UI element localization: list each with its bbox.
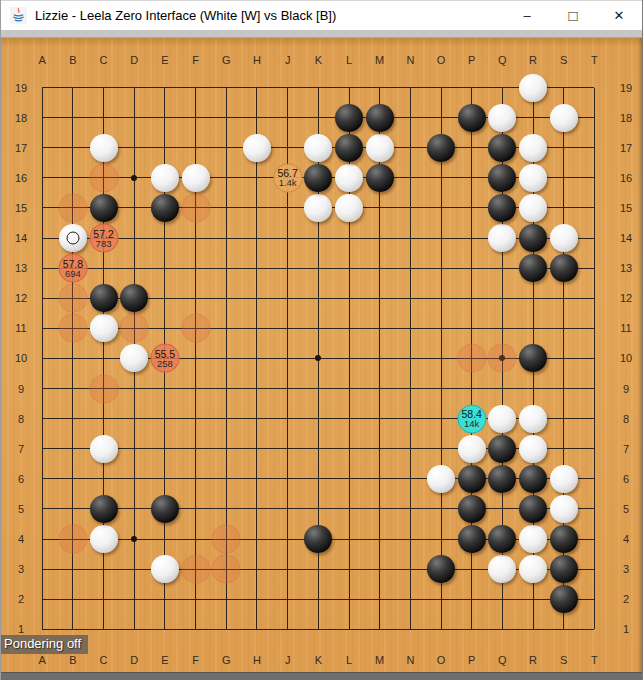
go-board[interactable]: Pondering off AABBCCDDEEFFGGHHJJKKLLMMNN… — [1, 38, 643, 672]
white-stone — [366, 134, 394, 162]
row-label: 12 — [620, 292, 632, 304]
black-stone — [550, 254, 578, 282]
black-stone — [519, 465, 547, 493]
row-label: 15 — [15, 202, 27, 214]
row-label: 16 — [620, 172, 632, 184]
java-coffee-cup-icon — [10, 7, 27, 24]
candidate-winrate: 58.4 — [462, 409, 482, 419]
white-stone — [550, 495, 578, 523]
row-label: 19 — [620, 82, 632, 94]
column-label: B — [69, 654, 76, 666]
column-label: K — [315, 654, 322, 666]
faint-candidate-move[interactable] — [89, 163, 118, 192]
column-label: E — [161, 54, 168, 66]
row-label: 5 — [623, 503, 629, 515]
row-label: 6 — [623, 473, 629, 485]
black-stone — [488, 134, 516, 162]
white-stone — [458, 435, 486, 463]
row-label: 6 — [18, 473, 24, 485]
white-stone — [519, 525, 547, 553]
maximize-button[interactable]: □ — [550, 1, 596, 30]
faint-candidate-move[interactable] — [58, 314, 87, 343]
candidate-visits: 694 — [65, 268, 81, 278]
candidate-move[interactable]: 57.8694 — [58, 254, 87, 283]
row-label: 4 — [18, 533, 24, 545]
white-stone — [519, 194, 547, 222]
row-label: 7 — [623, 443, 629, 455]
black-stone — [488, 164, 516, 192]
column-label: A — [39, 654, 46, 666]
black-stone — [366, 164, 394, 192]
row-label: 11 — [620, 322, 631, 334]
white-stone — [519, 435, 547, 463]
column-label: F — [192, 654, 199, 666]
grid-vline — [441, 88, 442, 630]
column-label: N — [406, 54, 414, 66]
row-label: 7 — [18, 443, 24, 455]
column-label: R — [529, 654, 537, 666]
row-label: 8 — [18, 413, 24, 425]
row-label: 3 — [623, 563, 629, 575]
column-label: K — [315, 54, 322, 66]
column-label: R — [529, 54, 537, 66]
black-stone — [458, 525, 486, 553]
white-stone — [550, 104, 578, 132]
window-bottom-edge — [1, 672, 642, 680]
black-stone — [458, 104, 486, 132]
pondering-status: Pondering off — [1, 635, 88, 654]
black-stone — [304, 525, 332, 553]
column-label: P — [468, 654, 475, 666]
column-label: G — [222, 654, 231, 666]
faint-candidate-move[interactable] — [58, 525, 87, 554]
column-label: S — [560, 654, 567, 666]
candidate-visits: 783 — [96, 238, 112, 248]
column-label: T — [591, 654, 598, 666]
star-point — [131, 175, 137, 181]
row-label: 1 — [623, 623, 629, 635]
black-stone — [427, 134, 455, 162]
column-label: C — [100, 54, 108, 66]
row-label: 4 — [623, 533, 629, 545]
black-stone — [90, 284, 118, 312]
candidate-move[interactable]: 55.5258 — [150, 344, 179, 373]
row-label: 1 — [18, 623, 24, 635]
column-label: T — [591, 54, 598, 66]
column-label: H — [253, 654, 261, 666]
column-label: A — [39, 54, 46, 66]
row-label: 14 — [620, 232, 632, 244]
row-label: 18 — [620, 112, 632, 124]
black-stone — [550, 525, 578, 553]
column-label: M — [375, 54, 384, 66]
white-stone — [304, 194, 332, 222]
faint-candidate-move[interactable] — [89, 374, 118, 403]
candidate-visits: 1.4k — [279, 178, 297, 188]
column-label: E — [161, 654, 168, 666]
candidate-winrate: 57.8 — [63, 258, 83, 268]
black-stone — [519, 495, 547, 523]
white-stone — [90, 525, 118, 553]
column-label: Q — [498, 54, 507, 66]
title-bar[interactable]: Lizzie - Leela Zero Interface (White [W]… — [1, 0, 642, 30]
black-stone — [151, 495, 179, 523]
black-stone — [120, 284, 148, 312]
white-stone — [550, 224, 578, 252]
lizzie-window: Lizzie - Leela Zero Interface (White [W]… — [0, 0, 643, 680]
faint-candidate-move[interactable] — [58, 193, 87, 222]
column-label: M — [375, 654, 384, 666]
faint-candidate-move[interactable] — [181, 193, 210, 222]
black-stone — [550, 555, 578, 583]
row-label: 3 — [18, 563, 24, 575]
candidate-move[interactable]: 56.71.4k — [273, 163, 302, 192]
white-stone — [550, 465, 578, 493]
column-label: L — [346, 54, 352, 66]
column-label: H — [253, 54, 261, 66]
white-stone — [519, 164, 547, 192]
row-label: 2 — [18, 593, 24, 605]
grid-vline — [594, 88, 595, 630]
white-stone — [427, 465, 455, 493]
column-label: O — [437, 654, 446, 666]
white-stone — [120, 344, 148, 372]
white-stone — [488, 405, 516, 433]
column-label: D — [130, 54, 138, 66]
white-stone — [304, 134, 332, 162]
candidate-winrate: 55.5 — [155, 348, 175, 358]
white-stone — [90, 314, 118, 342]
white-stone — [519, 405, 547, 433]
white-stone — [335, 194, 363, 222]
column-label: F — [192, 54, 199, 66]
minimize-button[interactable]: – — [504, 1, 550, 30]
black-stone — [519, 224, 547, 252]
row-label: 14 — [15, 232, 27, 244]
white-stone — [488, 104, 516, 132]
faint-candidate-move[interactable] — [488, 344, 517, 373]
row-label: 15 — [620, 202, 632, 214]
black-stone — [488, 525, 516, 553]
column-label: G — [222, 54, 231, 66]
black-stone — [151, 194, 179, 222]
black-stone — [458, 495, 486, 523]
black-stone — [90, 194, 118, 222]
grid-vline — [410, 88, 411, 630]
row-label: 16 — [15, 172, 27, 184]
star-point — [131, 536, 137, 542]
faint-candidate-move[interactable] — [181, 314, 210, 343]
last-move-marker — [66, 232, 79, 245]
black-stone — [519, 254, 547, 282]
faint-candidate-move[interactable] — [457, 344, 486, 373]
white-stone — [519, 74, 547, 102]
row-label: 10 — [620, 352, 632, 364]
black-stone — [335, 104, 363, 132]
window-title: Lizzie - Leela Zero Interface (White [W]… — [35, 8, 504, 23]
white-stone — [335, 164, 363, 192]
column-label: J — [285, 54, 291, 66]
white-stone — [488, 224, 516, 252]
star-point — [315, 355, 321, 361]
row-label: 5 — [18, 503, 24, 515]
row-label: 17 — [620, 142, 632, 154]
white-stone — [90, 435, 118, 463]
column-label: N — [406, 654, 414, 666]
row-label: 9 — [623, 383, 629, 395]
black-stone — [488, 465, 516, 493]
black-stone — [427, 555, 455, 583]
faint-candidate-move[interactable] — [212, 555, 241, 584]
row-label: 11 — [15, 322, 26, 334]
faint-candidate-move[interactable] — [212, 525, 241, 554]
white-stone — [519, 555, 547, 583]
column-label: S — [560, 54, 567, 66]
row-label: 8 — [623, 413, 629, 425]
candidate-move[interactable]: 58.414k — [457, 404, 486, 433]
row-label: 13 — [620, 262, 632, 274]
black-stone — [488, 435, 516, 463]
column-label: O — [437, 54, 446, 66]
faint-candidate-move[interactable] — [120, 314, 149, 343]
faint-candidate-move[interactable] — [58, 284, 87, 313]
black-stone — [550, 585, 578, 613]
window-inner-strip — [1, 30, 642, 38]
white-stone — [243, 134, 271, 162]
candidate-visits: 14k — [464, 419, 479, 429]
candidate-winrate: 56.7 — [277, 168, 297, 178]
column-label: P — [468, 54, 475, 66]
row-label: 12 — [15, 292, 27, 304]
black-stone — [304, 164, 332, 192]
candidate-winrate: 57.2 — [93, 228, 113, 238]
black-stone — [335, 134, 363, 162]
row-label: 9 — [18, 383, 24, 395]
black-stone — [519, 344, 547, 372]
white-stone — [182, 164, 210, 192]
candidate-move[interactable]: 57.2783 — [89, 224, 118, 253]
grid-vline — [42, 88, 43, 630]
column-label: C — [100, 654, 108, 666]
row-label: 18 — [15, 112, 27, 124]
close-button[interactable]: ✕ — [596, 1, 642, 30]
faint-candidate-move[interactable] — [181, 555, 210, 584]
white-stone — [151, 555, 179, 583]
white-stone — [151, 164, 179, 192]
white-stone — [519, 134, 547, 162]
column-label: Q — [498, 654, 507, 666]
black-stone — [90, 495, 118, 523]
grid-vline — [256, 88, 257, 630]
row-label: 19 — [15, 82, 27, 94]
row-label: 2 — [623, 593, 629, 605]
column-label: D — [130, 654, 138, 666]
column-label: J — [285, 654, 291, 666]
row-label: 10 — [15, 352, 27, 364]
white-stone — [90, 134, 118, 162]
row-label: 17 — [15, 142, 27, 154]
black-stone — [488, 194, 516, 222]
column-label: B — [69, 54, 76, 66]
white-stone — [488, 555, 516, 583]
row-label: 13 — [15, 262, 27, 274]
column-label: L — [346, 654, 352, 666]
black-stone — [458, 465, 486, 493]
candidate-visits: 258 — [157, 358, 173, 368]
black-stone — [366, 104, 394, 132]
